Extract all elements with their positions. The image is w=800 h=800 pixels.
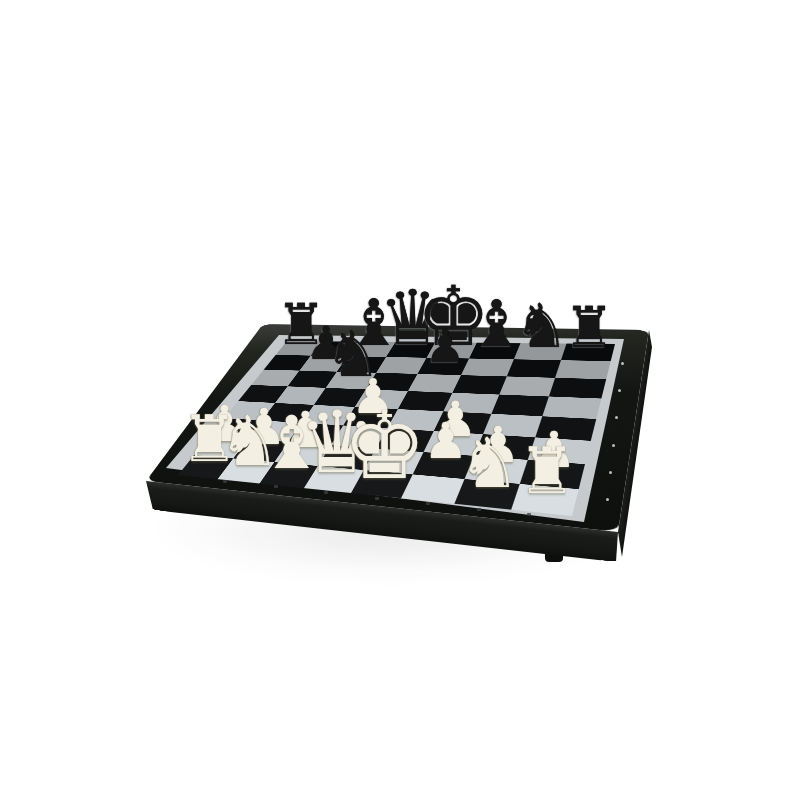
rim-rivet-dot bbox=[621, 362, 624, 365]
square-h6 bbox=[549, 378, 606, 399]
rim-rivet-dot bbox=[612, 444, 615, 447]
square-g7 bbox=[507, 359, 561, 377]
piece-black-pawn-e7: ♟ bbox=[425, 323, 466, 369]
square-g5 bbox=[491, 395, 548, 417]
square-g6 bbox=[499, 376, 555, 396]
rim-rivet-dot bbox=[609, 471, 612, 474]
piece-white-rook-h1: ♜ bbox=[518, 438, 575, 502]
piece-black-rook-h8: ♜ bbox=[564, 300, 615, 357]
margin-tick bbox=[426, 502, 430, 505]
piece-white-knight-g1: ♞ bbox=[458, 429, 520, 498]
rim-rivet-dot bbox=[606, 498, 609, 501]
piece-white-king-e1: ♚ bbox=[343, 398, 427, 491]
margin-tick bbox=[477, 508, 481, 511]
product-photo-canvas: ♜♝♛♚♝♞♜♟♟♞♟♟♟♟♟♟♟♟♜♞♝♛♚♞♜ bbox=[0, 0, 800, 800]
square-h7 bbox=[555, 360, 611, 379]
piece-black-knight-g8: ♞ bbox=[514, 295, 569, 356]
square-h5 bbox=[542, 396, 601, 419]
margin-tick bbox=[274, 485, 278, 488]
